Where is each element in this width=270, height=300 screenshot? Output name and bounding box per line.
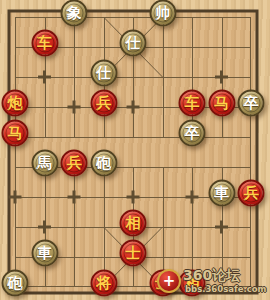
grid-cell <box>74 227 104 257</box>
gold-general[interactable]: 帅 <box>149 0 176 27</box>
grid-cell <box>192 47 222 77</box>
grid-cell <box>222 47 252 77</box>
plus-icon: + <box>163 274 176 289</box>
grid-cell <box>15 197 45 227</box>
360safe-logo-icon: + <box>157 269 181 293</box>
gold-cannon[interactable]: 砲 <box>2 270 29 297</box>
grid-cell <box>163 47 193 77</box>
grid-cell <box>74 197 104 227</box>
red-soldier[interactable]: 兵 <box>61 150 88 177</box>
gold-advisor[interactable]: 仕 <box>120 30 147 57</box>
red-soldier[interactable]: 兵 <box>238 180 265 207</box>
gold-soldier[interactable]: 卒 <box>238 90 265 117</box>
red-elephant[interactable]: 相 <box>120 210 147 237</box>
grid-cell <box>133 77 163 107</box>
grid-cell <box>133 107 163 137</box>
gold-elephant[interactable]: 象 <box>61 0 88 27</box>
red-chariot[interactable]: 车 <box>31 30 58 57</box>
grid-cell <box>163 227 193 257</box>
gold-horse[interactable]: 馬 <box>31 150 58 177</box>
red-horse[interactable]: 马 <box>208 90 235 117</box>
grid-cell <box>163 197 193 227</box>
red-cannon[interactable]: 炮 <box>2 90 29 117</box>
watermark-site-name: 360论坛 <box>183 267 240 285</box>
grid-cell <box>222 17 252 47</box>
gold-chariot[interactable]: 車 <box>31 240 58 267</box>
grid-cell <box>133 167 163 197</box>
gold-cannon[interactable]: 砲 <box>90 150 117 177</box>
xiangqi-screenshot: 象帅仕仕卒卒馬砲車車砲车炮兵车马马兵兵相士将士相 + 360论坛 bbs.360… <box>0 0 270 300</box>
red-general[interactable]: 将 <box>90 270 117 297</box>
gold-soldier[interactable]: 卒 <box>179 120 206 147</box>
grid-cell <box>133 137 163 167</box>
grid-cell <box>192 227 222 257</box>
red-chariot[interactable]: 车 <box>179 90 206 117</box>
watermark-url: bbs.360safe.com <box>185 284 266 294</box>
grid-cell <box>45 107 75 137</box>
grid-cell <box>192 17 222 47</box>
red-advisor[interactable]: 士 <box>120 240 147 267</box>
red-horse[interactable]: 马 <box>2 120 29 147</box>
grid-cell <box>45 77 75 107</box>
grid-cell <box>222 227 252 257</box>
grid-cell <box>163 167 193 197</box>
gold-advisor[interactable]: 仕 <box>90 60 117 87</box>
watermark: + 360论坛 bbs.360safe.com <box>169 261 269 299</box>
grid-cell <box>45 197 75 227</box>
red-soldier[interactable]: 兵 <box>90 90 117 117</box>
gold-chariot[interactable]: 車 <box>208 180 235 207</box>
grid-cell <box>222 137 252 167</box>
